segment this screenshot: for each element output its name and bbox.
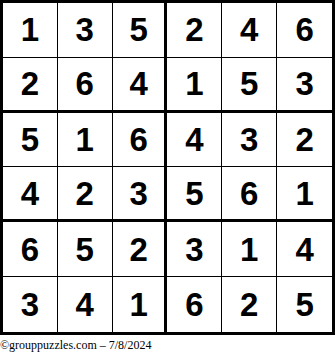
cell-r6c6[interactable]: 5 bbox=[277, 277, 332, 332]
sudoku-board: 135246264153516432423561652314341625 bbox=[0, 0, 335, 335]
cell-r5c6[interactable]: 4 bbox=[277, 222, 332, 277]
cell-r4c3[interactable]: 3 bbox=[113, 167, 168, 222]
sudoku-page: 135246264153516432423561652314341625 ©gr… bbox=[0, 0, 335, 357]
cell-r1c2[interactable]: 3 bbox=[58, 3, 113, 58]
cell-r3c5[interactable]: 3 bbox=[222, 113, 277, 168]
cell-r1c1[interactable]: 1 bbox=[3, 3, 58, 58]
cell-r4c6[interactable]: 1 bbox=[277, 167, 332, 222]
cell-r2c5[interactable]: 5 bbox=[222, 58, 277, 113]
cell-r6c5[interactable]: 2 bbox=[222, 277, 277, 332]
cell-r1c5[interactable]: 4 bbox=[222, 3, 277, 58]
cell-r2c2[interactable]: 6 bbox=[58, 58, 113, 113]
copyright-credit: ©grouppuzzles.com – 7/8/2024 bbox=[0, 337, 151, 353]
cell-r1c4[interactable]: 2 bbox=[167, 3, 222, 58]
cell-r3c2[interactable]: 1 bbox=[58, 113, 113, 168]
cell-r1c6[interactable]: 6 bbox=[277, 3, 332, 58]
cell-r6c4[interactable]: 6 bbox=[167, 277, 222, 332]
cell-r5c5[interactable]: 1 bbox=[222, 222, 277, 277]
cell-r5c1[interactable]: 6 bbox=[3, 222, 58, 277]
cell-r2c4[interactable]: 1 bbox=[167, 58, 222, 113]
cell-r3c4[interactable]: 4 bbox=[167, 113, 222, 168]
cell-r2c6[interactable]: 3 bbox=[277, 58, 332, 113]
cell-r5c4[interactable]: 3 bbox=[167, 222, 222, 277]
cell-r2c1[interactable]: 2 bbox=[3, 58, 58, 113]
cell-r4c4[interactable]: 5 bbox=[167, 167, 222, 222]
cell-r6c2[interactable]: 4 bbox=[58, 277, 113, 332]
cell-r3c1[interactable]: 5 bbox=[3, 113, 58, 168]
cell-r4c2[interactable]: 2 bbox=[58, 167, 113, 222]
cell-r1c3[interactable]: 5 bbox=[113, 3, 168, 58]
cell-r5c2[interactable]: 5 bbox=[58, 222, 113, 277]
cell-r5c3[interactable]: 2 bbox=[113, 222, 168, 277]
cell-r3c6[interactable]: 2 bbox=[277, 113, 332, 168]
cell-r3c3[interactable]: 6 bbox=[113, 113, 168, 168]
cell-r2c3[interactable]: 4 bbox=[113, 58, 168, 113]
cell-r4c1[interactable]: 4 bbox=[3, 167, 58, 222]
cell-r6c1[interactable]: 3 bbox=[3, 277, 58, 332]
cell-r4c5[interactable]: 6 bbox=[222, 167, 277, 222]
cell-r6c3[interactable]: 1 bbox=[113, 277, 168, 332]
